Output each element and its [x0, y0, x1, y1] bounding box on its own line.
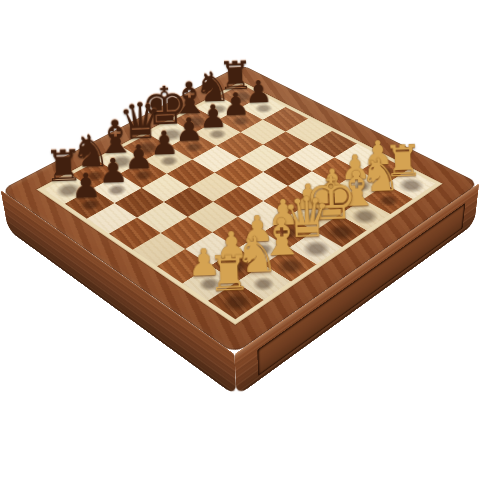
product-photo-scene: ♜♞♝♛♚♝♞♜♟♟♟♟♟♟♟♟♟♟♟♟♟♟♟♟♜♞♝♛♚♝♞♜ [0, 0, 480, 480]
piece-shadow [179, 140, 207, 156]
chess-box: ♜♞♝♛♚♝♞♜♟♟♟♟♟♟♟♟♟♟♟♟♟♟♟♟♜♞♝♛♚♝♞♜ [8, 102, 474, 396]
box-top-face: ♜♞♝♛♚♝♞♜♟♟♟♟♟♟♟♟♟♟♟♟♟♟♟♟♜♞♝♛♚♝♞♜ [1, 65, 480, 355]
piece-black-pawn-b7: ♟ [97, 153, 128, 188]
